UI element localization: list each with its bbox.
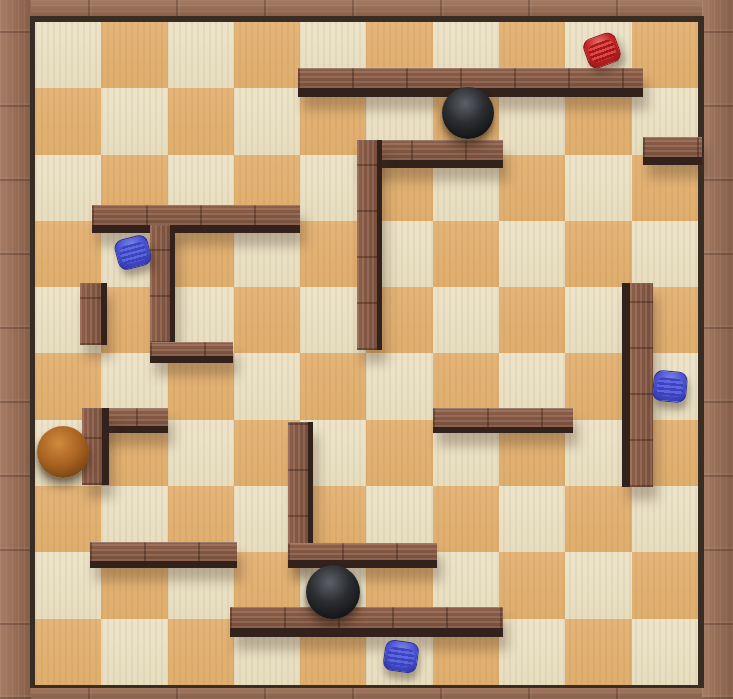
wall-top-face bbox=[90, 542, 237, 561]
wall-side-face bbox=[92, 225, 300, 233]
wall-top-face bbox=[150, 225, 170, 343]
wall-side-face bbox=[433, 427, 573, 433]
blue-gem-bottom bbox=[382, 639, 420, 674]
wall-top-face bbox=[230, 607, 503, 628]
black-ball-top[interactable] bbox=[442, 87, 494, 139]
wall-side-face bbox=[308, 422, 313, 563]
wall-side-face bbox=[102, 408, 109, 485]
wall-top-face bbox=[433, 408, 573, 427]
wall-top-face bbox=[357, 140, 377, 350]
wall-side-face bbox=[622, 283, 630, 487]
wall-top-face bbox=[150, 342, 233, 356]
wall-side-face bbox=[101, 283, 107, 345]
maze-wall-upper-mid-vertical bbox=[357, 140, 382, 350]
maze-wall-bottom-mid-horizontal bbox=[230, 607, 503, 637]
maze-wall-right-long-vertical bbox=[622, 283, 653, 487]
maze-wall-top-right-stub bbox=[643, 137, 702, 165]
wall-top-face bbox=[298, 68, 643, 88]
wall-side-face bbox=[150, 356, 233, 363]
maze-wall-left-upper-horizontal bbox=[92, 205, 300, 233]
wall-side-face bbox=[377, 140, 382, 350]
wall-side-face bbox=[643, 157, 702, 165]
maze-wall-center-bottom-horizontal bbox=[288, 543, 437, 568]
wall-top-face bbox=[288, 422, 308, 563]
maze-wall-left-short-vertical bbox=[80, 283, 107, 345]
wall-top-face bbox=[630, 283, 653, 487]
blue-gem-upper-left bbox=[113, 233, 154, 272]
maze-wall-mid-right-horizontal bbox=[433, 408, 573, 433]
wall-top-face bbox=[80, 283, 101, 345]
pieces-layer bbox=[0, 0, 733, 699]
maze-wall-left-upper-vertical bbox=[150, 225, 175, 343]
wall-top-face bbox=[288, 543, 437, 560]
maze-wall-bottom-left-horizontal bbox=[90, 542, 237, 568]
wall-top-face bbox=[92, 205, 300, 225]
black-ball-bottom[interactable] bbox=[306, 565, 360, 619]
blue-gem-right bbox=[652, 370, 689, 404]
wall-side-face bbox=[170, 225, 175, 343]
brown-ball-left[interactable] bbox=[37, 426, 89, 478]
wall-side-face bbox=[288, 560, 437, 568]
maze-wall-left-mid-stub bbox=[150, 342, 233, 363]
wall-side-face bbox=[90, 561, 237, 568]
wall-top-face bbox=[643, 137, 702, 157]
wall-side-face bbox=[230, 628, 503, 637]
red-gem-top-right bbox=[581, 30, 624, 71]
game-viewport bbox=[0, 0, 733, 699]
maze-wall-center-vertical bbox=[288, 422, 313, 563]
